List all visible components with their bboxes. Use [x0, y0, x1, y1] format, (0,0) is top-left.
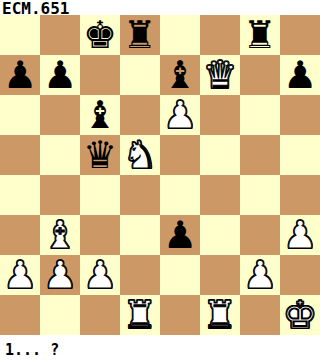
- black-bishop-c6[interactable]: ♝: [83, 95, 117, 135]
- square-e7[interactable]: ♝: [160, 55, 200, 95]
- black-bishop-e7[interactable]: ♝: [163, 55, 197, 95]
- square-f2[interactable]: [200, 255, 240, 295]
- move-prompt: 1... ?: [5, 341, 59, 359]
- square-a2[interactable]: ♟: [0, 255, 40, 295]
- white-pawn-c2[interactable]: ♟: [83, 255, 117, 295]
- square-a1[interactable]: [0, 295, 40, 335]
- black-pawn-e3[interactable]: ♟: [163, 215, 197, 255]
- square-b6[interactable]: [40, 95, 80, 135]
- square-a5[interactable]: [0, 135, 40, 175]
- square-f7[interactable]: ♛: [200, 55, 240, 95]
- square-e1[interactable]: [160, 295, 200, 335]
- square-d3[interactable]: [120, 215, 160, 255]
- square-e4[interactable]: [160, 175, 200, 215]
- square-e8[interactable]: [160, 15, 200, 55]
- square-c7[interactable]: [80, 55, 120, 95]
- square-e2[interactable]: [160, 255, 200, 295]
- white-knight-d5[interactable]: ♞: [123, 135, 157, 175]
- square-g5[interactable]: [240, 135, 280, 175]
- square-h7[interactable]: ♟: [280, 55, 320, 95]
- white-bishop-b3[interactable]: ♝: [43, 215, 77, 255]
- black-rook-g8[interactable]: ♜: [243, 15, 277, 55]
- square-g4[interactable]: [240, 175, 280, 215]
- square-g2[interactable]: ♟: [240, 255, 280, 295]
- square-b7[interactable]: ♟: [40, 55, 80, 95]
- square-f4[interactable]: [200, 175, 240, 215]
- white-king-h1[interactable]: ♚: [283, 295, 317, 335]
- square-e6[interactable]: ♟: [160, 95, 200, 135]
- square-h6[interactable]: [280, 95, 320, 135]
- square-c2[interactable]: ♟: [80, 255, 120, 295]
- square-g1[interactable]: [240, 295, 280, 335]
- square-c6[interactable]: ♝: [80, 95, 120, 135]
- square-c5[interactable]: ♛: [80, 135, 120, 175]
- black-pawn-h7[interactable]: ♟: [283, 55, 317, 95]
- white-rook-d1[interactable]: ♜: [123, 295, 157, 335]
- square-f6[interactable]: [200, 95, 240, 135]
- black-king-c8[interactable]: ♚: [83, 15, 117, 55]
- square-h4[interactable]: [280, 175, 320, 215]
- square-d8[interactable]: ♜: [120, 15, 160, 55]
- square-d1[interactable]: ♜: [120, 295, 160, 335]
- square-h2[interactable]: [280, 255, 320, 295]
- chess-board: ♚♜♜♟♟♝♛♟♝♟♛♞♝♟♟♟♟♟♟♜♜♚: [0, 15, 320, 335]
- white-rook-f1[interactable]: ♜: [203, 295, 237, 335]
- square-g3[interactable]: [240, 215, 280, 255]
- square-g6[interactable]: [240, 95, 280, 135]
- square-h1[interactable]: ♚: [280, 295, 320, 335]
- chess-puzzle-screen: ECM.651 ♚♜♜♟♟♝♛♟♝♟♛♞♝♟♟♟♟♟♟♜♜♚ 1... ?: [0, 0, 320, 360]
- white-pawn-e6[interactable]: ♟: [163, 95, 197, 135]
- square-d4[interactable]: [120, 175, 160, 215]
- white-pawn-a2[interactable]: ♟: [3, 255, 37, 295]
- square-c4[interactable]: [80, 175, 120, 215]
- square-c8[interactable]: ♚: [80, 15, 120, 55]
- square-g7[interactable]: [240, 55, 280, 95]
- square-f1[interactable]: ♜: [200, 295, 240, 335]
- black-queen-c5[interactable]: ♛: [83, 135, 117, 175]
- white-queen-f7[interactable]: ♛: [203, 55, 237, 95]
- square-b4[interactable]: [40, 175, 80, 215]
- square-b2[interactable]: ♟: [40, 255, 80, 295]
- square-a7[interactable]: ♟: [0, 55, 40, 95]
- square-d2[interactable]: [120, 255, 160, 295]
- black-pawn-a7[interactable]: ♟: [3, 55, 37, 95]
- square-h3[interactable]: ♟: [280, 215, 320, 255]
- square-d5[interactable]: ♞: [120, 135, 160, 175]
- square-a3[interactable]: [0, 215, 40, 255]
- square-c3[interactable]: [80, 215, 120, 255]
- square-h8[interactable]: [280, 15, 320, 55]
- square-f3[interactable]: [200, 215, 240, 255]
- square-b8[interactable]: [40, 15, 80, 55]
- white-pawn-h3[interactable]: ♟: [283, 215, 317, 255]
- black-rook-d8[interactable]: ♜: [123, 15, 157, 55]
- square-e5[interactable]: [160, 135, 200, 175]
- square-f8[interactable]: [200, 15, 240, 55]
- square-g8[interactable]: ♜: [240, 15, 280, 55]
- square-a4[interactable]: [0, 175, 40, 215]
- square-a6[interactable]: [0, 95, 40, 135]
- square-h5[interactable]: [280, 135, 320, 175]
- square-f5[interactable]: [200, 135, 240, 175]
- white-pawn-b2[interactable]: ♟: [43, 255, 77, 295]
- square-a8[interactable]: [0, 15, 40, 55]
- square-c1[interactable]: [80, 295, 120, 335]
- square-d7[interactable]: [120, 55, 160, 95]
- square-d6[interactable]: [120, 95, 160, 135]
- black-pawn-b7[interactable]: ♟: [43, 55, 77, 95]
- square-b5[interactable]: [40, 135, 80, 175]
- square-b1[interactable]: [40, 295, 80, 335]
- square-b3[interactable]: ♝: [40, 215, 80, 255]
- square-e3[interactable]: ♟: [160, 215, 200, 255]
- white-pawn-g2[interactable]: ♟: [243, 255, 277, 295]
